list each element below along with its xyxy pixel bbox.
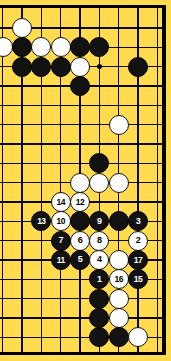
black-stone <box>12 57 32 77</box>
board-bottom-edge <box>0 352 166 356</box>
black-stone <box>89 289 109 309</box>
grid-row-line <box>0 124 163 125</box>
black-stone <box>109 211 129 231</box>
white-stone <box>109 308 129 328</box>
grid-column-line <box>157 7 158 353</box>
move-number: 2 <box>136 236 141 245</box>
black-stone <box>70 76 90 96</box>
white-stone <box>109 250 129 270</box>
white-stone <box>70 57 90 77</box>
move-6-white-stone: 6 <box>70 231 90 251</box>
move-number: 3 <box>136 217 141 226</box>
move-number: 4 <box>97 255 102 264</box>
move-11-black-stone: 11 <box>51 250 71 270</box>
board-top-edge <box>0 5 166 9</box>
move-8-white-stone: 8 <box>89 231 109 251</box>
white-stone <box>109 289 129 309</box>
move-number: 10 <box>56 217 64 226</box>
move-number: 14 <box>56 198 64 207</box>
move-14-white-stone: 14 <box>51 192 71 212</box>
white-stone <box>51 37 71 57</box>
move-5-black-stone: 5 <box>70 250 90 270</box>
black-stone <box>128 57 148 77</box>
black-stone <box>51 57 71 77</box>
go-board-diagram: 1412131093768211541711615 <box>0 0 171 361</box>
move-10-white-stone: 10 <box>51 211 71 231</box>
move-7-black-stone: 7 <box>51 231 71 251</box>
grid-column-line <box>2 7 3 353</box>
move-number: 16 <box>114 275 122 284</box>
white-stone <box>89 173 109 193</box>
white-stone <box>109 115 129 135</box>
move-12-white-stone: 12 <box>70 192 90 212</box>
white-stone <box>109 173 129 193</box>
move-2-white-stone: 2 <box>128 231 148 251</box>
grid-row-line <box>0 163 163 164</box>
white-stone <box>70 173 90 193</box>
grid-row-line <box>0 143 163 144</box>
move-number: 8 <box>97 236 102 245</box>
move-17-black-stone: 17 <box>128 250 148 270</box>
move-number: 7 <box>58 236 63 245</box>
move-number: 11 <box>57 256 65 265</box>
move-number: 17 <box>134 256 142 265</box>
black-stone <box>109 327 129 347</box>
grid-row-line <box>0 317 163 318</box>
white-stone <box>12 18 32 38</box>
grid-row-line <box>0 298 163 299</box>
black-stone <box>31 57 51 77</box>
grid-row-line <box>0 105 163 106</box>
move-number: 5 <box>78 255 83 264</box>
move-number: 1 <box>97 275 102 284</box>
move-number: 9 <box>97 217 102 226</box>
move-16-white-stone: 16 <box>109 269 129 289</box>
star-point-hoshi <box>97 64 102 69</box>
move-number: 12 <box>76 198 84 207</box>
board-right-edge <box>162 5 166 356</box>
move-number: 15 <box>134 275 142 284</box>
move-number: 6 <box>78 236 83 245</box>
move-number: 13 <box>37 217 45 226</box>
